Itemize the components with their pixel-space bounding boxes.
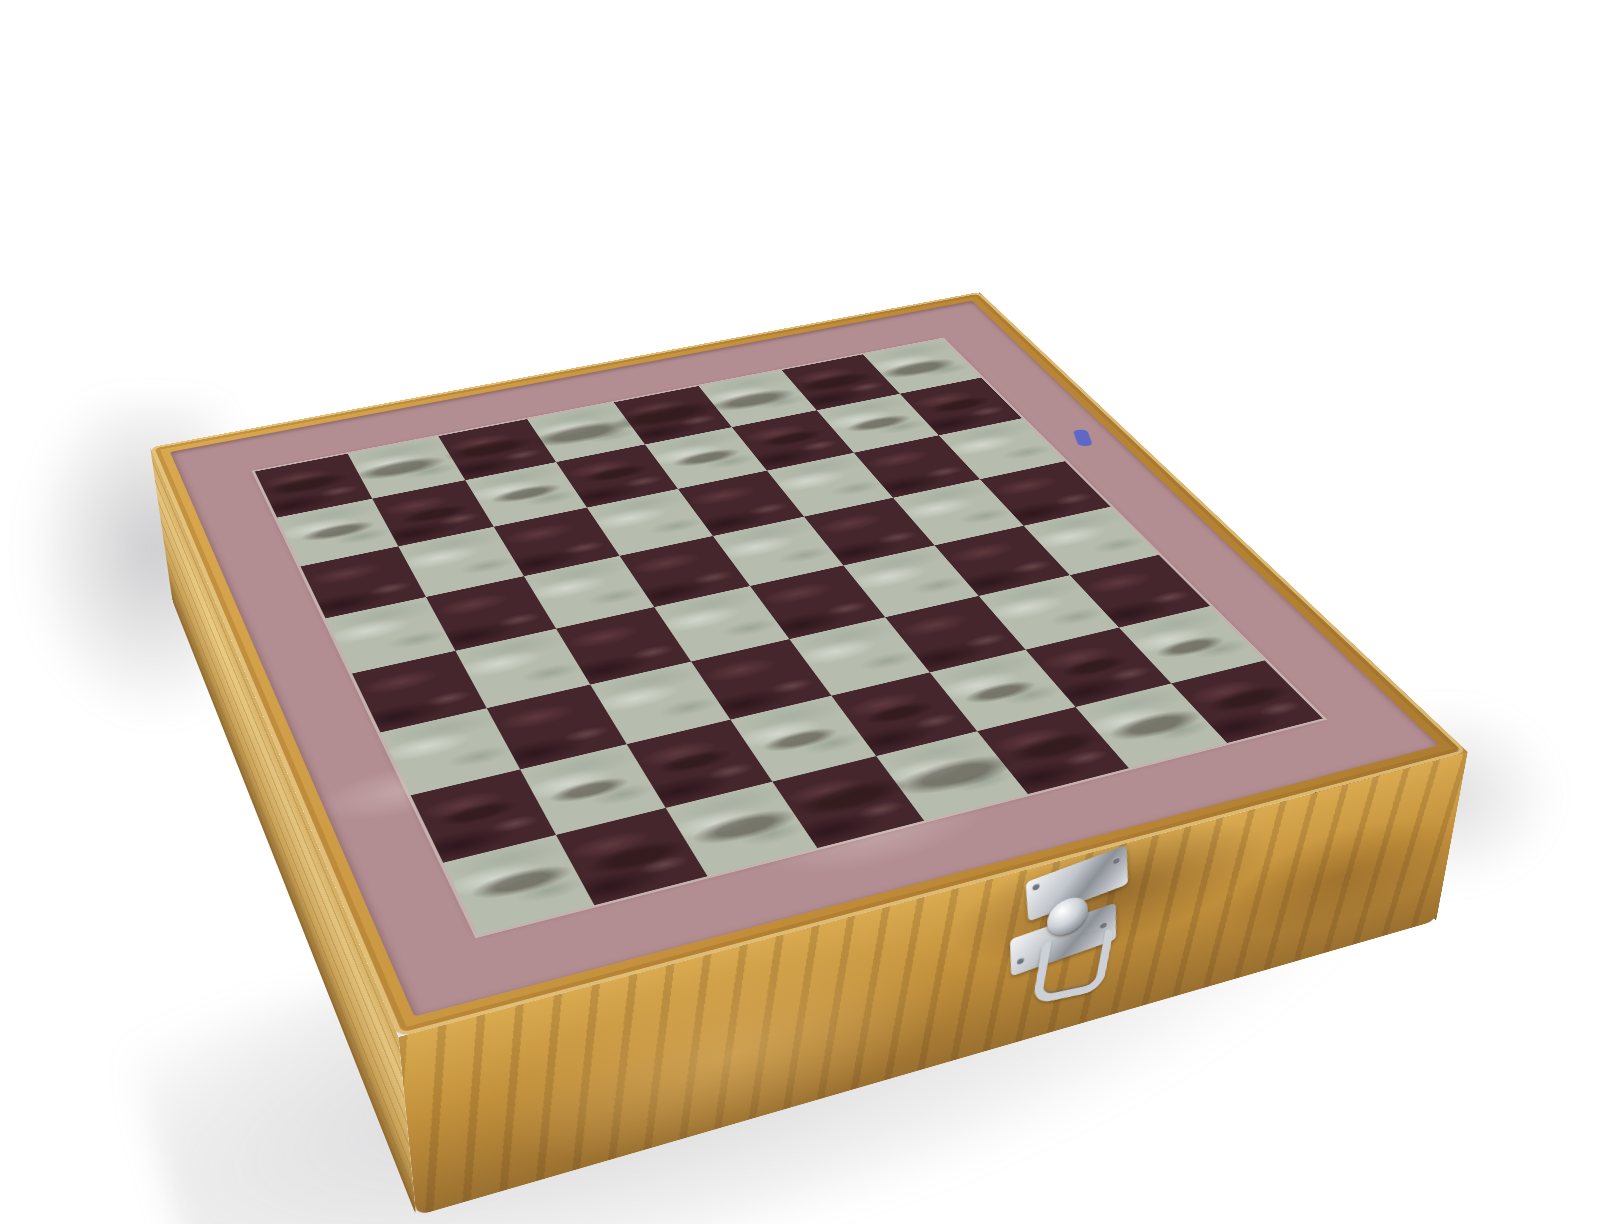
product-photo: ♜♞♝♛♚♝♞♜♟♟♟♟♟♟♟♟♟♟♟♟♟♟♟♟♜♞♝♛♚♝♞♜ (0, 0, 1600, 1224)
screw-icon (1032, 883, 1040, 892)
square-a5 (326, 597, 456, 674)
square-b5 (426, 576, 556, 651)
screw-icon (1113, 856, 1120, 865)
screw-icon (1017, 957, 1024, 965)
rook-glyph-icon: ♜ (435, 708, 608, 900)
blue-fragment (1073, 429, 1093, 446)
screw-icon (1100, 921, 1107, 929)
metal-latch (997, 841, 1151, 1028)
wooden-box-lid: ♜♞♝♛♚♝♞♜♟♟♟♟♟♟♟♟♟♟♟♟♟♟♟♟♜♞♝♛♚♝♞♜ (150, 292, 1468, 1037)
chess-box-stage: ♜♞♝♛♚♝♞♜♟♟♟♟♟♟♟♟♟♟♟♟♟♟♟♟♜♞♝♛♚♝♞♜ (248, 84, 1252, 1088)
